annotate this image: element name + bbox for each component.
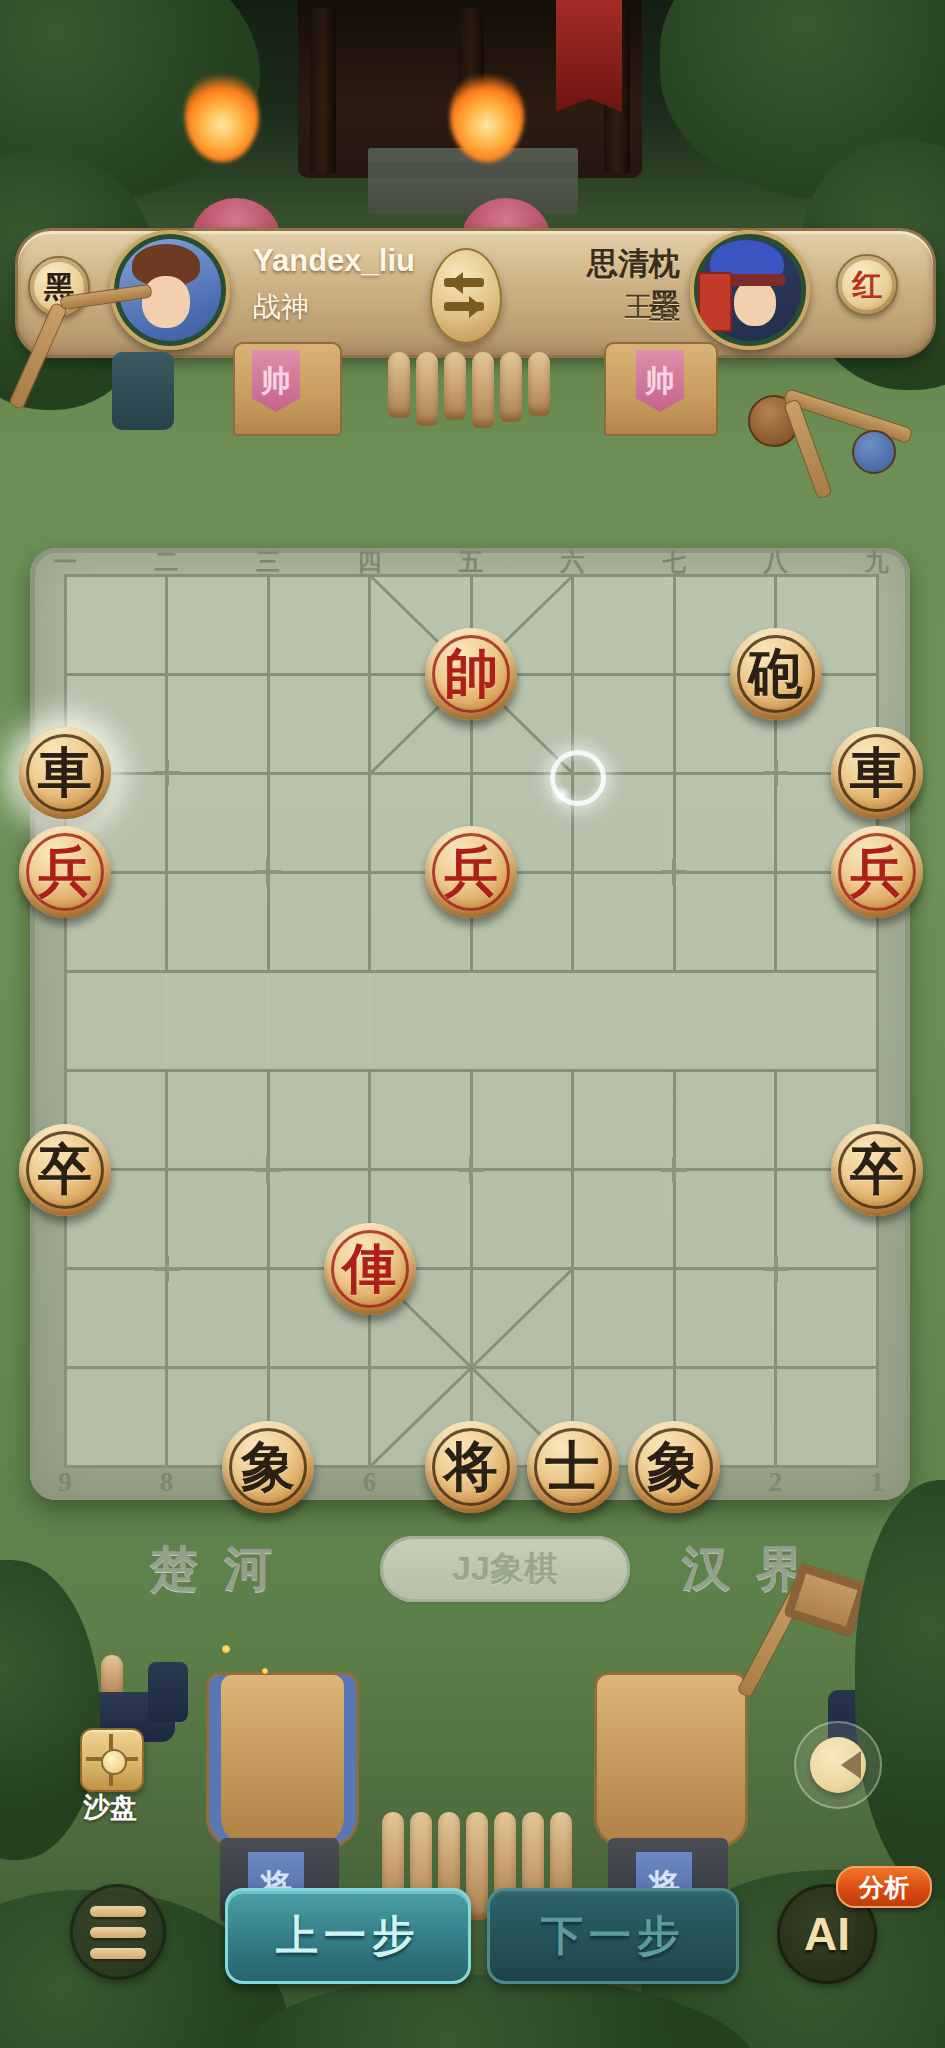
file-label-top: 二: [155, 546, 179, 578]
file-label-bottom: 6: [363, 1467, 377, 1498]
piece-black-車[interactable]: 車: [831, 727, 923, 819]
avatar-face: [734, 280, 776, 326]
avatar-face: [142, 276, 190, 328]
piece-red-帥[interactable]: 帥: [425, 628, 517, 720]
piece-red-兵[interactable]: 兵: [425, 826, 517, 918]
file-label-bottom: 2: [769, 1467, 783, 1498]
red-side-badge-label: 红: [852, 265, 882, 306]
piece-black-象[interactable]: 象: [628, 1421, 720, 1513]
file-label-bottom: 1: [870, 1467, 884, 1498]
sandbox-label: 沙盘: [80, 1790, 140, 1826]
piece-black-卒[interactable]: 卒: [831, 1124, 923, 1216]
right-player-rank: 王者: [565, 288, 680, 326]
move-ring: [550, 750, 606, 806]
piece-black-象[interactable]: 象: [222, 1421, 314, 1513]
ai-button-label: AI: [804, 1907, 850, 1961]
analyze-badge[interactable]: 分析: [836, 1866, 932, 1908]
hamburger-icon: [90, 1906, 146, 1917]
left-arrow-icon: [827, 1751, 861, 1779]
red-camp-flag-label: 帅: [261, 361, 291, 402]
file-label-bottom: 8: [160, 1467, 174, 1498]
collapse-panel-button[interactable]: [794, 1721, 882, 1809]
catapult-wheel: [852, 430, 896, 474]
piece-black-砲[interactable]: 砲: [730, 628, 822, 720]
file-label-top: 一: [53, 546, 77, 578]
river-label-left: 楚河: [150, 1519, 298, 1618]
piece-black-卒[interactable]: 卒: [19, 1124, 111, 1216]
cannon-silhouette: [148, 1662, 188, 1722]
menu-button[interactable]: [70, 1884, 166, 1980]
file-label-bottom: 9: [58, 1467, 72, 1498]
torch-flame-icon: [185, 70, 259, 162]
previous-move-button[interactable]: 上一步: [225, 1888, 471, 1984]
right-player-avatar[interactable]: [690, 230, 810, 350]
red-side-badge: 红: [836, 254, 898, 316]
red-banner: [556, 0, 622, 112]
torch-flame-icon: [450, 70, 524, 162]
avatar-book: [698, 272, 732, 332]
palisade: [388, 352, 550, 428]
file-label-top: 三: [256, 546, 280, 578]
file-label-top: 八: [764, 546, 788, 578]
piece-red-兵[interactable]: 兵: [831, 826, 923, 918]
xiangqi-board[interactable]: 楚河 汉界 JJ象棋 一二三四五六七八九987654321 帥砲車車兵兵兵卒卒俥…: [30, 548, 910, 1500]
piece-black-士[interactable]: 士: [527, 1421, 619, 1513]
file-label-top: 九: [865, 546, 889, 578]
piece-black-車[interactable]: 車: [19, 727, 111, 819]
camp-well: [112, 352, 174, 430]
piece-red-兵[interactable]: 兵: [19, 826, 111, 918]
file-label-top: 五: [459, 546, 483, 578]
sandbox-button[interactable]: [80, 1728, 144, 1792]
file-label-top: 七: [662, 546, 686, 578]
red-camp-flag-label: 帅: [645, 361, 675, 402]
piece-red-俥[interactable]: 俥: [324, 1223, 416, 1315]
app-logo: JJ象棋: [380, 1536, 630, 1602]
foliage: [855, 1480, 945, 1900]
file-label-top: 四: [358, 546, 382, 578]
file-label-top: 六: [561, 546, 585, 578]
game-screen: 黑 Yandex_liu 战神 思清枕墨 王者 红 帅 帅 楚河: [0, 0, 945, 2048]
left-player-name: Yandex_liu: [253, 243, 415, 279]
swap-turn-icon: [430, 248, 502, 344]
next-move-button[interactable]: 下一步: [487, 1888, 739, 1984]
piece-black-将[interactable]: 将: [425, 1421, 517, 1513]
left-player-rank: 战神: [253, 288, 309, 326]
